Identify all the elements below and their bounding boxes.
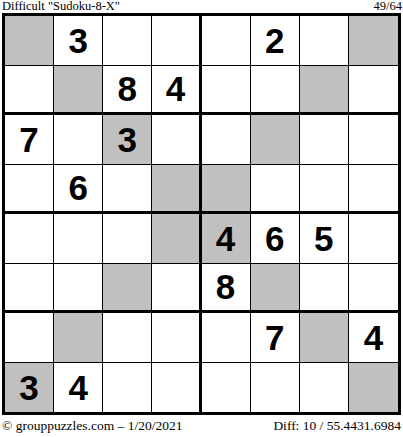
footer: © grouppuzzles.com – 1/20/2021 Diff: 10 …: [0, 415, 403, 433]
puzzle-page: Difficult "Sudoku-8-X" 49/64 32847364658…: [0, 0, 403, 437]
cell-r6c6[interactable]: [251, 264, 300, 314]
cell-r5c6[interactable]: 6: [251, 214, 300, 264]
remaining-counter: 49/64: [374, 0, 402, 12]
sudoku-board: 328473646587434: [2, 13, 401, 415]
cell-r6c5[interactable]: 8: [202, 264, 251, 314]
cell-r3c7[interactable]: [300, 115, 349, 165]
cell-r1c5[interactable]: [202, 16, 251, 66]
cell-r4c5[interactable]: [202, 165, 251, 215]
cell-r1c7[interactable]: [300, 16, 349, 66]
cell-r7c8[interactable]: 4: [349, 313, 398, 363]
cell-r1c1[interactable]: [5, 16, 54, 66]
cell-r7c1[interactable]: [5, 313, 54, 363]
cell-r5c3[interactable]: [103, 214, 152, 264]
cell-r8c2[interactable]: 4: [54, 363, 103, 413]
cell-r5c4[interactable]: [152, 214, 201, 264]
cell-r1c8[interactable]: [349, 16, 398, 66]
cell-r7c3[interactable]: [103, 313, 152, 363]
cell-r6c4[interactable]: [152, 264, 201, 314]
cell-r4c3[interactable]: [103, 165, 152, 215]
cell-r4c2[interactable]: 6: [54, 165, 103, 215]
cell-r8c5[interactable]: [202, 363, 251, 413]
cell-r4c8[interactable]: [349, 165, 398, 215]
cell-r2c7[interactable]: [300, 66, 349, 116]
cell-r4c7[interactable]: [300, 165, 349, 215]
cell-r1c6[interactable]: 2: [251, 16, 300, 66]
cell-r3c4[interactable]: [152, 115, 201, 165]
cell-r2c4[interactable]: 4: [152, 66, 201, 116]
cell-r4c4[interactable]: [152, 165, 201, 215]
cell-r5c5[interactable]: 4: [202, 214, 251, 264]
cell-r2c3[interactable]: 8: [103, 66, 152, 116]
cell-r6c8[interactable]: [349, 264, 398, 314]
difficulty-text: Diff: 10 / 55.4431.6984: [273, 418, 401, 433]
cell-r7c5[interactable]: [202, 313, 251, 363]
cell-r5c2[interactable]: [54, 214, 103, 264]
cell-r2c8[interactable]: [349, 66, 398, 116]
copyright-text: © grouppuzzles.com – 1/20/2021: [2, 418, 182, 433]
cell-r7c7[interactable]: [300, 313, 349, 363]
cell-r5c7[interactable]: 5: [300, 214, 349, 264]
cell-r8c7[interactable]: [300, 363, 349, 413]
cell-r1c3[interactable]: [103, 16, 152, 66]
cell-r2c1[interactable]: [5, 66, 54, 116]
cell-r6c1[interactable]: [5, 264, 54, 314]
cell-r8c4[interactable]: [152, 363, 201, 413]
cell-r3c5[interactable]: [202, 115, 251, 165]
cell-r3c1[interactable]: 7: [5, 115, 54, 165]
cell-r4c6[interactable]: [251, 165, 300, 215]
cell-r8c3[interactable]: [103, 363, 152, 413]
cell-r7c2[interactable]: [54, 313, 103, 363]
cell-r2c6[interactable]: [251, 66, 300, 116]
cell-r5c8[interactable]: [349, 214, 398, 264]
cell-r6c2[interactable]: [54, 264, 103, 314]
cell-r2c2[interactable]: [54, 66, 103, 116]
cell-r3c8[interactable]: [349, 115, 398, 165]
cell-r7c6[interactable]: 7: [251, 313, 300, 363]
cell-r6c3[interactable]: [103, 264, 152, 314]
cell-r8c6[interactable]: [251, 363, 300, 413]
cell-r8c8[interactable]: [349, 363, 398, 413]
cell-r5c1[interactable]: [5, 214, 54, 264]
cell-r3c3[interactable]: 3: [103, 115, 152, 165]
cell-r6c7[interactable]: [300, 264, 349, 314]
page-title: Difficult "Sudoku-8-X": [2, 0, 120, 12]
cell-r1c2[interactable]: 3: [54, 16, 103, 66]
cell-r1c4[interactable]: [152, 16, 201, 66]
cell-r2c5[interactable]: [202, 66, 251, 116]
header: Difficult "Sudoku-8-X" 49/64: [0, 0, 403, 12]
cell-r3c2[interactable]: [54, 115, 103, 165]
cell-r7c4[interactable]: [152, 313, 201, 363]
cell-r3c6[interactable]: [251, 115, 300, 165]
cell-r4c1[interactable]: [5, 165, 54, 215]
cell-r8c1[interactable]: 3: [5, 363, 54, 413]
